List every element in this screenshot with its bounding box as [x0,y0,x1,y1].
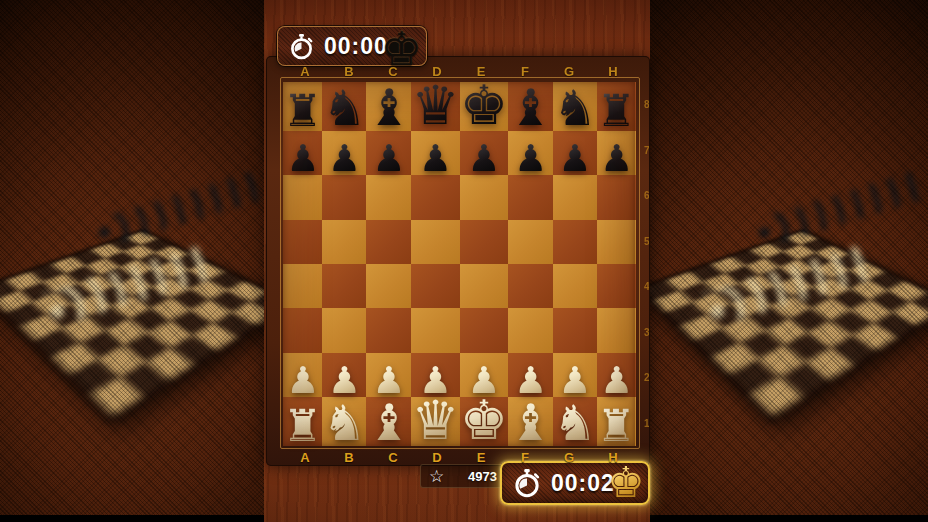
background-black-pieces-blur [752,169,928,250]
photo-edge [650,515,928,522]
square-f8[interactable]: ♝ [508,82,553,131]
piece-bq[interactable]: ♛ [411,82,459,131]
file-label-a: A [283,63,327,79]
file-label-g: G [547,63,591,79]
piece-wp[interactable]: ♟ [514,364,547,397]
piece-wr[interactable]: ♜ [597,406,636,446]
square-e5[interactable] [460,220,508,264]
player-clock: 00:02 ♚ [500,461,650,505]
square-a4[interactable] [283,264,322,308]
piece-wb[interactable]: ♝ [366,401,411,446]
player-time: 00:02 [551,470,615,497]
square-h7[interactable]: ♟ [597,131,636,175]
square-g6[interactable] [553,175,597,219]
square-c1[interactable]: ♝ [366,397,411,446]
square-b2[interactable]: ♟ [322,353,366,397]
piece-bp[interactable]: ♟ [286,142,319,175]
square-b6[interactable] [322,175,366,219]
piece-wp[interactable]: ♟ [558,364,591,397]
rank-label-2: 2 [644,355,649,401]
square-h2[interactable]: ♟ [597,353,636,397]
piece-wp[interactable]: ♟ [372,364,405,397]
square-g4[interactable] [553,264,597,308]
square-a2[interactable]: ♟ [283,353,322,397]
opponent-time: 00:00 [324,33,388,60]
background-blurred-scene-left [0,0,264,522]
square-b8[interactable]: ♞ [322,82,366,131]
square-e1[interactable]: ♚ [460,397,508,446]
score-value: 4973 [468,469,497,484]
piece-bn[interactable]: ♞ [322,87,366,131]
star-icon: ☆ [429,468,444,485]
piece-bp[interactable]: ♟ [514,142,547,175]
rank-label-5: 5 [644,219,649,265]
piece-bp[interactable]: ♟ [328,142,361,175]
square-g3[interactable] [553,308,597,352]
square-a6[interactable] [283,175,322,219]
file-label-b: B [327,63,371,79]
piece-bp[interactable]: ♟ [467,142,500,175]
square-f6[interactable] [508,175,553,219]
square-g1[interactable]: ♞ [553,397,597,446]
square-c4[interactable] [366,264,411,308]
square-e4[interactable] [460,264,508,308]
piece-bp[interactable]: ♟ [419,142,452,175]
square-b4[interactable] [322,264,366,308]
square-a8[interactable]: ♜ [283,82,322,131]
square-c6[interactable] [366,175,411,219]
piece-br[interactable]: ♜ [283,91,322,131]
square-c5[interactable] [366,220,411,264]
square-a5[interactable] [283,220,322,264]
square-g8[interactable]: ♞ [553,82,597,131]
piece-wk[interactable]: ♚ [460,397,508,446]
square-f7[interactable]: ♟ [508,131,553,175]
piece-bp[interactable]: ♟ [558,142,591,175]
game-area: ABCDEFGH ♜♞♝♛♚♝♞♜♟♟♟♟♟♟♟♟♟♟♟♟♟♟♟♟♜♞♝♛♚♝♞… [264,0,650,522]
piece-wn[interactable]: ♞ [322,402,366,446]
piece-bb[interactable]: ♝ [508,86,553,131]
square-b7[interactable]: ♟ [322,131,366,175]
background-black-pieces-blur [92,169,264,250]
square-d5[interactable] [411,220,459,264]
piece-wp[interactable]: ♟ [328,364,361,397]
piece-br[interactable]: ♜ [597,91,636,131]
square-g7[interactable]: ♟ [553,131,597,175]
rank-label-3: 3 [644,310,649,356]
square-d7[interactable]: ♟ [411,131,459,175]
square-a7[interactable]: ♟ [283,131,322,175]
black-king-icon: ♚ [381,26,422,72]
stopwatch-icon [512,468,542,498]
piece-bb[interactable]: ♝ [366,86,411,131]
chess-board: ABCDEFGH ♜♞♝♛♚♝♞♜♟♟♟♟♟♟♟♟♟♟♟♟♟♟♟♟♜♞♝♛♚♝♞… [266,56,650,466]
square-e3[interactable] [460,308,508,352]
square-g2[interactable]: ♟ [553,353,597,397]
rank-labels: 87654321 [638,82,649,446]
piece-wp[interactable]: ♟ [600,364,633,397]
piece-wn[interactable]: ♞ [553,402,597,446]
square-d8[interactable]: ♛ [411,82,459,131]
rank-label-6: 6 [644,173,649,219]
square-h1[interactable]: ♜ [597,397,636,446]
piece-bk[interactable]: ♚ [460,82,508,131]
stopwatch-icon [288,33,315,60]
rank-label-4: 4 [644,264,649,310]
piece-bp[interactable]: ♟ [600,142,633,175]
square-c8[interactable]: ♝ [366,82,411,131]
square-h5[interactable] [597,220,636,264]
square-b1[interactable]: ♞ [322,397,366,446]
square-h4[interactable] [597,264,636,308]
score-panel: ☆ 4973 [420,464,506,488]
file-label-h: H [591,63,635,79]
square-f4[interactable] [508,264,553,308]
square-a3[interactable] [283,308,322,352]
piece-wp[interactable]: ♟ [286,364,319,397]
square-f3[interactable] [508,308,553,352]
piece-wb[interactable]: ♝ [508,401,553,446]
piece-wr[interactable]: ♜ [283,406,322,446]
square-d6[interactable] [411,175,459,219]
background-blurred-scene-right [650,0,928,522]
rank-label-7: 7 [644,128,649,174]
square-e8[interactable]: ♚ [460,82,508,131]
piece-bn[interactable]: ♞ [553,87,597,131]
square-a1[interactable]: ♜ [283,397,322,446]
square-f2[interactable]: ♟ [508,353,553,397]
opponent-clock: 00:00 ♚ [277,26,427,66]
square-h6[interactable] [597,175,636,219]
board-grid[interactable]: ♜♞♝♛♚♝♞♜♟♟♟♟♟♟♟♟♟♟♟♟♟♟♟♟♜♞♝♛♚♝♞♜ [283,82,635,446]
file-label-f: F [503,63,547,79]
square-c2[interactable]: ♟ [366,353,411,397]
white-king-icon: ♚ [607,462,645,504]
square-f5[interactable] [508,220,553,264]
chess-game-screen: ABCDEFGH ♜♞♝♛♚♝♞♜♟♟♟♟♟♟♟♟♟♟♟♟♟♟♟♟♜♞♝♛♚♝♞… [0,0,928,522]
square-c7[interactable]: ♟ [366,131,411,175]
square-e6[interactable] [460,175,508,219]
square-c3[interactable] [366,308,411,352]
square-d3[interactable] [411,308,459,352]
square-d1[interactable]: ♛ [411,397,459,446]
square-f1[interactable]: ♝ [508,397,553,446]
square-b3[interactable] [322,308,366,352]
square-e7[interactable]: ♟ [460,131,508,175]
background-chessboard-photo [650,229,928,427]
file-label-a: A [283,449,327,465]
rank-label-1: 1 [644,401,649,447]
piece-bp[interactable]: ♟ [372,142,405,175]
square-h8[interactable]: ♜ [597,82,636,131]
square-h3[interactable] [597,308,636,352]
square-b5[interactable] [322,220,366,264]
square-g5[interactable] [553,220,597,264]
piece-wq[interactable]: ♛ [411,397,459,446]
square-d4[interactable] [411,264,459,308]
photo-edge [0,515,264,522]
background-chessboard-photo [0,229,264,427]
rank-label-8: 8 [644,82,649,128]
